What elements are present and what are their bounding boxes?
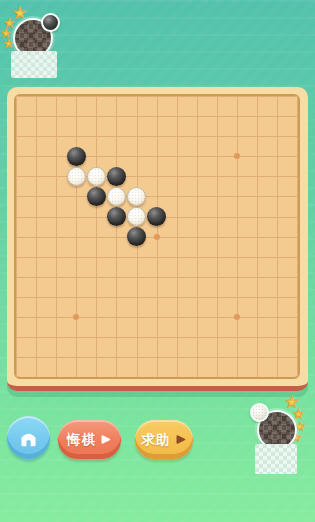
board-cell[interactable] [66,227,86,247]
board-cell[interactable] [86,247,106,267]
board-cell[interactable] [6,166,26,186]
board-cell[interactable] [167,126,187,146]
help-button[interactable]: 求助 [135,420,193,459]
board-cell[interactable] [66,247,86,267]
board-cell[interactable] [147,327,167,347]
board-cell[interactable] [106,126,126,146]
black-stone [107,167,126,186]
board-cell[interactable] [46,186,66,206]
board-cell[interactable] [147,166,167,186]
board-cell[interactable] [26,146,46,166]
board-cell[interactable] [247,347,267,367]
board-cell[interactable] [167,146,187,166]
board-cell[interactable] [86,307,106,327]
board-cell[interactable] [147,86,167,106]
board-cell[interactable] [247,186,267,206]
board-cell[interactable] [287,327,307,347]
gomoku-board [7,87,308,391]
board-cell[interactable] [227,327,247,347]
board-cell[interactable] [267,86,287,106]
board-cell[interactable] [127,367,147,387]
board-cell[interactable] [207,347,227,367]
board-cell[interactable] [147,367,167,387]
board-cell[interactable] [287,166,307,186]
board-cell[interactable] [287,146,307,166]
rank-star: ★ [293,408,304,420]
board-cell[interactable] [187,86,207,106]
board-cell[interactable] [6,146,26,166]
board-cell[interactable] [86,347,106,367]
board-cell[interactable] [66,347,86,367]
board-cell[interactable] [207,287,227,307]
board-cell[interactable] [6,307,26,327]
black-stone [127,227,146,246]
board-cell[interactable] [247,126,267,146]
board-cell[interactable] [86,267,106,287]
board-cell[interactable] [187,347,207,367]
board-cell[interactable] [207,186,227,206]
board-cell[interactable] [127,327,147,347]
board-cell[interactable] [46,307,66,327]
board-cell[interactable] [207,207,227,227]
board-cell[interactable] [127,247,147,267]
white-stone [87,167,106,186]
board-cell[interactable] [46,106,66,126]
board-cell[interactable] [26,307,46,327]
board-cell[interactable] [106,247,126,267]
board-cell[interactable] [227,287,247,307]
black-stone [87,187,106,206]
board-cell[interactable] [66,86,86,106]
board-cell[interactable] [167,327,187,347]
board-cell[interactable] [106,186,126,206]
board-cell[interactable] [227,86,247,106]
board-cell[interactable] [86,287,106,307]
board-cell[interactable] [106,327,126,347]
board-cell[interactable] [207,247,227,267]
board-cell[interactable] [46,126,66,146]
board-cell[interactable] [46,367,66,387]
home-icon [17,427,40,448]
board-cell[interactable] [86,327,106,347]
board-cell[interactable] [287,287,307,307]
board-cell[interactable] [167,347,187,367]
board-cell[interactable] [247,287,267,307]
board-cell[interactable] [207,106,227,126]
board-cell[interactable] [187,307,207,327]
board-cell[interactable] [6,247,26,267]
board-cell[interactable] [187,227,207,247]
board-cell[interactable] [227,207,247,227]
board-cell[interactable] [167,307,187,327]
board-cell[interactable] [207,267,227,287]
board-cell[interactable] [227,227,247,247]
home-button[interactable] [7,416,50,459]
board-cell[interactable] [127,307,147,327]
board-cell[interactable] [207,146,227,166]
white-stone-badge [250,403,269,422]
board-cell[interactable] [267,126,287,146]
black-stone [67,147,86,166]
board-cell[interactable] [267,166,287,186]
board-cell[interactable] [267,106,287,126]
board-cell[interactable] [6,327,26,347]
board-cell[interactable] [167,227,187,247]
board-cell[interactable] [247,86,267,106]
white-stone [127,187,146,206]
board-frame [14,94,300,379]
board-cell[interactable] [207,166,227,186]
board-cell[interactable] [187,146,207,166]
rank-star: ★ [4,39,13,49]
board-cell[interactable] [26,106,46,126]
board-cell[interactable] [6,126,26,146]
board-cell[interactable] [227,146,247,166]
board-cell[interactable] [26,166,46,186]
board-cell[interactable] [46,207,66,227]
white-stone [107,187,126,206]
board-cell[interactable] [66,106,86,126]
board-cell[interactable] [26,347,46,367]
board-cell[interactable] [287,186,307,206]
board-cell[interactable] [46,327,66,347]
undo-button[interactable]: 悔棋 [58,420,121,459]
board-cell[interactable] [26,367,46,387]
board-cell[interactable] [66,126,86,146]
board-cell[interactable] [86,227,106,247]
board-cell[interactable] [267,367,287,387]
white-stone [67,167,86,186]
board-cell[interactable] [106,207,126,227]
board-cell[interactable] [267,287,287,307]
board-cell[interactable] [127,146,147,166]
board-cell[interactable] [46,347,66,367]
board-cell[interactable] [86,126,106,146]
board-cell[interactable] [127,186,147,206]
board-cell[interactable] [227,267,247,287]
board-cell[interactable] [106,267,126,287]
board-cell[interactable] [167,287,187,307]
board-cell[interactable] [26,327,46,347]
board-cell[interactable] [26,126,46,146]
black-stone [107,207,126,226]
board-cell[interactable] [207,327,227,347]
board-cell[interactable] [127,287,147,307]
board-cell[interactable] [167,86,187,106]
board-cell[interactable] [287,207,307,227]
board-cell[interactable] [86,166,106,186]
board-cells [6,86,307,387]
board-cell[interactable] [26,227,46,247]
board-cell[interactable] [86,367,106,387]
board-cell[interactable] [227,247,247,267]
board-cell[interactable] [287,347,307,367]
board-cell[interactable] [187,367,207,387]
board-cell[interactable] [267,347,287,367]
board-cell[interactable] [26,287,46,307]
board-cell[interactable] [227,347,247,367]
board-cell[interactable] [227,186,247,206]
board-cell[interactable] [287,307,307,327]
board-cell[interactable] [167,106,187,126]
board-cell[interactable] [287,267,307,287]
board-cell[interactable] [247,207,267,227]
board-cell[interactable] [86,106,106,126]
board-cell[interactable] [66,307,86,327]
board-cell[interactable] [6,227,26,247]
board-cell[interactable] [247,227,267,247]
board-cell[interactable] [187,267,207,287]
board-cell[interactable] [267,227,287,247]
board-cell[interactable] [6,207,26,227]
help-button-label: 求助 [142,431,171,449]
play-cone-icon [174,433,187,446]
board-cell[interactable] [287,227,307,247]
board-cell[interactable] [187,327,207,347]
board-cell[interactable] [6,186,26,206]
board-cell[interactable] [26,86,46,106]
black-stone-badge [41,13,60,32]
board-cell[interactable] [127,86,147,106]
board-cell[interactable] [26,186,46,206]
undo-button-label: 悔棋 [67,431,96,449]
board-cell[interactable] [187,106,207,126]
board-cell[interactable] [287,247,307,267]
board-cell[interactable] [227,367,247,387]
board-cell[interactable] [247,166,267,186]
board-cell[interactable] [66,207,86,227]
board-cell[interactable] [267,247,287,267]
board-cell[interactable] [267,267,287,287]
board-cell[interactable] [167,166,187,186]
board-cell[interactable] [46,146,66,166]
board-cell[interactable] [247,307,267,327]
board-cell[interactable] [247,367,267,387]
board-cell[interactable] [167,247,187,267]
board-cell[interactable] [267,327,287,347]
board-cell[interactable] [207,307,227,327]
board-cell[interactable] [106,347,126,367]
board-cell[interactable] [26,247,46,267]
board-cell[interactable] [267,207,287,227]
board-cell[interactable] [106,367,126,387]
board-cell[interactable] [187,247,207,267]
board-cell[interactable] [287,86,307,106]
board-cell[interactable] [147,207,167,227]
board-cell[interactable] [147,287,167,307]
board-cell[interactable] [6,367,26,387]
board-cell[interactable] [227,106,247,126]
board-cell[interactable] [147,146,167,166]
board-cell[interactable] [86,186,106,206]
board-cell[interactable] [46,287,66,307]
board-cell[interactable] [66,287,86,307]
board-cell[interactable] [187,186,207,206]
board-cell[interactable] [106,166,126,186]
board-cell[interactable] [127,227,147,247]
board-cell[interactable] [66,186,86,206]
board-cell[interactable] [247,267,267,287]
game-screen: ★ ★ ★ ★ 悔棋 求助 [0,0,315,522]
board-cell[interactable] [6,267,26,287]
board-cell[interactable] [6,106,26,126]
board-cell[interactable] [6,86,26,106]
board-cell[interactable] [247,146,267,166]
board-cell[interactable] [167,267,187,287]
board-cell[interactable] [187,166,207,186]
board-cell[interactable] [147,347,167,367]
board-cell[interactable] [106,146,126,166]
board-cell[interactable] [227,307,247,327]
board-cell[interactable] [167,367,187,387]
board-cell[interactable] [247,247,267,267]
board-cell[interactable] [247,106,267,126]
board-cell[interactable] [187,287,207,307]
board-cell[interactable] [46,86,66,106]
board-cell[interactable] [227,126,247,146]
board-cell[interactable] [106,287,126,307]
board-cell[interactable] [127,126,147,146]
board-cell[interactable] [66,267,86,287]
board-cell[interactable] [287,367,307,387]
board-cell[interactable] [167,207,187,227]
board-cell[interactable] [267,146,287,166]
board-cell[interactable] [86,86,106,106]
board-cell[interactable] [46,166,66,186]
board-cell[interactable] [267,186,287,206]
board-cell[interactable] [66,367,86,387]
board-cell[interactable] [86,207,106,227]
board-cell[interactable] [66,146,86,166]
board-cell[interactable] [147,307,167,327]
board-cell[interactable] [147,227,167,247]
player-name-censored [255,444,297,474]
board-cell[interactable] [46,227,66,247]
board-cell[interactable] [207,367,227,387]
board-cell[interactable] [6,347,26,367]
board-cell[interactable] [167,186,187,206]
board-cell[interactable] [247,327,267,347]
board-cell[interactable] [127,106,147,126]
board-cell[interactable] [66,166,86,186]
board-cell[interactable] [207,86,227,106]
board-cell[interactable] [227,166,247,186]
board-cell[interactable] [46,247,66,267]
white-stone [127,207,146,226]
board-cell[interactable] [26,267,46,287]
board-cell[interactable] [106,86,126,106]
rank-star: ★ [13,5,26,20]
board-cell[interactable] [267,307,287,327]
board-cell[interactable] [127,347,147,367]
board-cell[interactable] [26,207,46,227]
board-cell[interactable] [106,227,126,247]
player-name-censored [11,51,57,78]
board-cell[interactable] [66,327,86,347]
board-cell[interactable] [187,126,207,146]
board-cell[interactable] [106,106,126,126]
board-cell[interactable] [6,287,26,307]
play-cone-icon [99,433,112,446]
board-cell[interactable] [127,207,147,227]
board-cell[interactable] [147,267,167,287]
board-cell[interactable] [127,267,147,287]
board-cell[interactable] [207,227,227,247]
board-cell[interactable] [127,166,147,186]
board-cell[interactable] [287,126,307,146]
board-cell[interactable] [187,207,207,227]
board-cell[interactable] [287,106,307,126]
board-cell[interactable] [106,307,126,327]
board-cell[interactable] [46,267,66,287]
board-cell[interactable] [147,106,167,126]
board-cell[interactable] [207,126,227,146]
board-cell[interactable] [147,126,167,146]
board-cell[interactable] [86,146,106,166]
board-cell[interactable] [147,247,167,267]
black-stone [147,207,166,226]
board-cell[interactable] [147,186,167,206]
